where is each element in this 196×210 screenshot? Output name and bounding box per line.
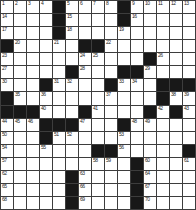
cell-r6c11 [131,66,143,78]
cell-r13c11 [131,158,143,170]
cell-r1c1[interactable]: 1 [1,1,13,13]
cell-r11c3[interactable] [27,132,39,144]
cell-r14c8[interactable] [92,171,104,183]
cell-r14c6 [66,171,78,183]
cell-r5c2[interactable] [14,53,26,65]
cell-r9c11[interactable] [131,106,143,118]
cell-r6c3[interactable] [27,66,39,78]
cell-r8c7[interactable] [79,92,91,104]
clue-number-42: 42 [158,106,163,111]
cell-r12c13[interactable] [157,145,169,157]
cell-r5c7[interactable]: 24 [79,53,91,65]
cell-r2c3[interactable] [27,14,39,26]
cell-r1c13[interactable]: 11 [157,1,169,13]
cell-r16c12[interactable]: 70 [144,197,156,209]
cell-r11c5[interactable]: 51 [53,132,65,144]
cell-r9c13[interactable]: 42 [157,106,169,118]
cell-r7c11[interactable]: 34 [131,79,143,91]
cell-r8c10[interactable] [118,92,130,104]
cell-r2c8[interactable] [92,14,104,26]
cell-r10c3[interactable]: 46 [27,119,39,131]
cell-r6c6 [66,66,78,78]
cell-r15c10[interactable] [118,184,130,196]
cell-r3c5 [53,27,65,39]
cell-r14c2[interactable] [14,171,26,183]
cell-r16c4[interactable] [40,197,52,209]
cell-r16c13[interactable] [157,197,169,209]
cell-r8c15[interactable]: 39 [183,92,195,104]
clue-number-26: 26 [158,53,163,58]
cell-r7c2[interactable] [14,79,26,91]
cell-r11c4 [40,132,52,144]
cell-r14c1[interactable]: 62 [1,171,13,183]
clue-number-69: 69 [80,197,85,202]
cell-r4c8 [92,40,104,52]
cell-r2c15[interactable] [183,14,195,26]
cell-r8c2[interactable]: 35 [14,92,26,104]
cell-r4c3[interactable] [27,40,39,52]
cell-r3c2[interactable] [14,27,26,39]
cell-r5c1[interactable]: 23 [1,53,13,65]
cell-r13c8[interactable]: 58 [92,158,104,170]
clue-number-25: 25 [93,53,98,58]
cell-r9c1 [1,106,13,118]
clue-number-28: 28 [80,66,85,71]
clue-number-31: 31 [54,79,59,84]
clue-number-45: 45 [15,119,20,124]
cell-r15c2[interactable] [14,184,26,196]
cell-r13c4[interactable] [40,158,52,170]
clue-number-12: 12 [171,1,176,6]
cell-r4c10[interactable] [118,40,130,52]
clue-number-64: 64 [145,171,150,176]
clue-number-46: 46 [28,119,33,124]
cell-r1c14[interactable]: 12 [170,1,182,13]
clue-number-66: 66 [80,184,85,189]
cell-r3c9[interactable] [105,27,117,39]
cell-r7c15 [183,79,195,91]
clue-number-60: 60 [145,158,150,163]
cell-r4c14[interactable] [170,40,182,52]
cell-r15c12[interactable]: 67 [144,184,156,196]
cell-r5c5[interactable] [53,53,65,65]
cell-r15c6 [66,184,78,196]
cell-r10c5 [53,119,65,131]
cell-r3c12[interactable] [144,27,156,39]
clue-number-20: 20 [15,40,20,45]
cell-r3c4[interactable] [40,27,52,39]
clue-number-48: 48 [132,119,137,124]
cell-r2c10 [118,14,130,26]
clue-number-9: 9 [132,1,134,6]
clue-number-36: 36 [41,92,46,97]
cell-r2c14[interactable] [170,14,182,26]
cell-r6c8[interactable] [92,66,104,78]
cell-r3c1[interactable]: 17 [1,27,13,39]
cell-r6c14[interactable] [170,66,182,78]
cell-r2c6[interactable]: 15 [66,14,78,26]
cell-r16c11 [131,197,143,209]
cell-r15c14[interactable] [170,184,182,196]
cell-r12c4[interactable]: 55 [40,145,52,157]
cell-r11c11[interactable] [131,132,143,144]
cell-r9c6[interactable] [66,106,78,118]
cell-r10c12[interactable]: 49 [144,119,156,131]
cell-r4c5[interactable]: 21 [53,40,65,52]
cell-r5c13[interactable]: 26 [157,53,169,65]
cell-r12c2[interactable] [14,145,26,157]
cell-r4c13[interactable] [157,40,169,52]
clue-number-29: 29 [145,66,150,71]
cell-r4c12[interactable] [144,40,156,52]
cell-r4c7 [79,40,91,52]
cell-r10c6 [66,119,78,131]
cell-r8c13 [157,92,169,104]
clue-number-53: 53 [119,132,124,137]
cell-r1c9[interactable]: 8 [105,1,117,13]
cell-r11c7[interactable] [79,132,91,144]
cell-r13c7[interactable] [79,158,91,170]
cell-r13c15[interactable]: 61 [183,158,195,170]
cell-r1c7[interactable]: 6 [79,1,91,13]
cell-r7c7[interactable] [79,79,91,91]
cell-r2c12[interactable] [144,14,156,26]
cell-r7c12[interactable] [144,79,156,91]
cell-r15c8[interactable] [92,184,104,196]
cell-r2c9[interactable] [105,14,117,26]
cell-r10c7[interactable]: 47 [79,119,91,131]
cell-r15c13[interactable] [157,184,169,196]
cell-r10c13[interactable] [157,119,169,131]
clue-number-35: 35 [15,92,20,97]
cell-r8c4[interactable]: 36 [40,92,52,104]
cell-r13c13[interactable] [157,158,169,170]
cell-r8c6[interactable] [66,92,78,104]
cell-r12c1[interactable]: 54 [1,145,13,157]
cell-r3c8[interactable] [92,27,104,39]
cell-r16c10[interactable] [118,197,130,209]
clue-number-19: 19 [119,27,124,32]
cell-r11c6[interactable]: 52 [66,132,78,144]
cell-r11c1[interactable]: 50 [1,132,13,144]
clue-number-51: 51 [54,132,59,137]
cell-r14c7[interactable]: 63 [79,171,91,183]
cell-r14c15[interactable] [183,171,195,183]
clue-number-52: 52 [67,132,72,137]
cell-r14c5[interactable] [53,171,65,183]
clue-number-34: 34 [132,79,137,84]
cell-r1c6[interactable]: 5 [66,1,78,13]
cell-r11c8[interactable] [92,132,104,144]
cell-r14c14[interactable] [170,171,182,183]
cell-r10c9[interactable] [105,119,117,131]
cell-r4c9[interactable]: 22 [105,40,117,52]
cell-r5c4[interactable] [40,53,52,65]
cell-r9c3 [27,106,39,118]
cell-r12c10[interactable]: 56 [118,145,130,157]
clue-number-21: 21 [54,40,59,45]
cell-r8c1 [1,92,13,104]
cell-r7c10[interactable]: 33 [118,79,130,91]
cell-r15c3[interactable] [27,184,39,196]
cell-r2c1[interactable]: 14 [1,14,13,26]
clue-number-37: 37 [106,92,111,97]
cell-r15c15[interactable] [183,184,195,196]
clue-number-17: 17 [2,27,7,32]
cell-r11c15[interactable] [183,132,195,144]
cell-r2c13[interactable] [157,14,169,26]
cell-r7c1[interactable]: 30 [1,79,13,91]
cell-r16c1[interactable]: 68 [1,197,13,209]
cell-r13c2[interactable] [14,158,26,170]
cell-r7c5[interactable]: 31 [53,79,65,91]
clue-number-49: 49 [145,119,150,124]
cell-r14c13[interactable] [157,171,169,183]
cell-r5c12 [144,53,156,65]
cell-r5c10[interactable] [118,53,130,65]
cell-r3c13[interactable] [157,27,169,39]
clue-number-68: 68 [2,197,7,202]
cell-r10c11[interactable]: 48 [131,119,143,131]
cell-r12c12[interactable] [144,145,156,157]
cell-r16c14[interactable] [170,197,182,209]
cell-r1c11[interactable]: 9 [131,1,143,13]
cell-r15c5[interactable] [53,184,65,196]
clue-number-50: 50 [2,132,7,137]
cell-r7c3[interactable] [27,79,39,91]
cell-r8c3[interactable] [27,92,39,104]
cell-r14c12[interactable]: 64 [144,171,156,183]
clue-number-16: 16 [132,14,137,19]
clue-number-65: 65 [2,184,7,189]
cell-r10c1[interactable]: 44 [1,119,13,131]
cell-r6c12[interactable]: 29 [144,66,156,78]
cell-r2c4[interactable] [40,14,52,26]
cell-r3c6[interactable]: 18 [66,27,78,39]
cell-r11c13[interactable] [157,132,169,144]
cell-r8c5[interactable] [53,92,65,104]
cell-r4c1 [1,40,13,52]
clue-number-6: 6 [80,1,82,6]
cell-r16c7[interactable]: 69 [79,197,91,209]
cell-r12c7[interactable] [79,145,91,157]
cell-r3c3[interactable] [27,27,39,39]
cell-r13c12[interactable]: 60 [144,158,156,170]
cell-r12c8 [92,145,104,157]
cell-r1c5 [53,1,65,13]
cell-r9c7 [79,106,91,118]
cell-r16c9[interactable] [105,197,117,209]
cell-r11c10[interactable]: 53 [118,132,130,144]
cell-r5c15[interactable] [183,53,195,65]
cell-r11c14[interactable] [170,132,182,144]
cell-r3c7[interactable] [79,27,91,39]
cell-r1c12[interactable]: 10 [144,1,156,13]
cell-r8c14[interactable]: 38 [170,92,182,104]
cell-r6c4[interactable] [40,66,52,78]
cell-r13c3[interactable] [27,158,39,170]
cell-r6c15[interactable] [183,66,195,78]
clue-number-4: 4 [41,1,43,6]
clue-number-39: 39 [184,92,189,97]
cell-r16c2[interactable] [14,197,26,209]
clue-number-11: 11 [158,1,162,6]
cell-r6c13[interactable] [157,66,169,78]
cell-r5c11[interactable] [131,53,143,65]
cell-r13c10[interactable] [118,158,130,170]
cell-r5c9[interactable] [105,53,117,65]
clue-number-61: 61 [184,158,189,163]
cell-r5c6[interactable] [66,53,78,65]
clue-number-70: 70 [145,197,150,202]
cell-r8c12[interactable] [144,92,156,104]
cell-r9c9[interactable] [105,106,117,118]
cell-r5c14[interactable] [170,53,182,65]
cell-r5c8[interactable]: 25 [92,53,104,65]
cell-r1c15[interactable]: 13 [183,1,195,13]
clue-number-15: 15 [67,14,72,19]
clue-number-7: 7 [93,1,95,6]
clue-number-63: 63 [80,171,85,176]
clue-number-13: 13 [184,1,189,6]
cell-r13c1[interactable]: 57 [1,158,13,170]
cell-r10c2[interactable]: 45 [14,119,26,131]
clue-number-33: 33 [119,79,124,84]
cell-r14c10[interactable] [118,171,130,183]
cell-r11c12[interactable] [144,132,156,144]
cell-r3c10[interactable]: 19 [118,27,130,39]
cell-r15c9[interactable] [105,184,117,196]
cell-r6c9[interactable] [105,66,117,78]
cell-r16c15[interactable] [183,197,195,209]
clue-number-1: 1 [2,1,4,6]
clue-number-18: 18 [67,27,72,32]
cell-r10c8[interactable] [92,119,104,131]
cell-r4c2[interactable]: 20 [14,40,26,52]
clue-number-2: 2 [15,1,17,6]
cell-r12c5[interactable] [53,145,65,157]
cell-r14c11 [131,171,143,183]
cell-r16c5[interactable] [53,197,65,209]
cell-r14c9[interactable] [105,171,117,183]
cell-r4c6[interactable] [66,40,78,52]
cell-r6c1[interactable]: 27 [1,66,13,78]
clue-number-27: 27 [2,66,7,71]
cell-r2c11[interactable]: 16 [131,14,143,26]
cell-r5c3[interactable] [27,53,39,65]
cell-r15c4[interactable] [40,184,52,196]
cell-r8c9[interactable]: 37 [105,92,117,104]
cell-r4c11[interactable] [131,40,143,52]
clue-number-67: 67 [145,184,150,189]
cell-r9c15[interactable]: 43 [183,106,195,118]
cell-r6c2[interactable] [14,66,26,78]
cell-r1c2[interactable]: 2 [14,1,26,13]
clue-number-54: 54 [2,145,7,150]
cell-r16c6 [66,197,78,209]
cell-r6c7[interactable]: 28 [79,66,91,78]
clue-number-14: 14 [2,14,7,19]
cell-r12c3[interactable] [27,145,39,157]
cell-r9c12 [144,106,156,118]
clue-number-55: 55 [41,145,46,150]
cell-r10c10 [118,119,130,131]
cell-r12c15 [183,145,195,157]
cell-r11c9[interactable] [105,132,117,144]
cell-r3c11[interactable] [131,27,143,39]
cell-r6c10 [118,66,130,78]
clue-number-32: 32 [67,79,72,84]
cell-r12c6[interactable] [66,145,78,157]
cell-r9c4[interactable]: 40 [40,106,52,118]
cell-r11c2[interactable] [14,132,26,144]
cell-r4c4[interactable] [40,40,52,52]
cell-r15c7[interactable]: 66 [79,184,91,196]
clue-number-41: 41 [93,106,98,111]
cell-r9c14 [170,106,182,118]
cell-r1c10 [118,1,130,13]
cell-r15c1[interactable]: 65 [1,184,13,196]
cell-r14c3[interactable] [27,171,39,183]
clue-number-24: 24 [80,53,85,58]
cell-r1c8[interactable]: 7 [92,1,104,13]
cell-r10c15[interactable] [183,119,195,131]
clue-number-47: 47 [80,119,85,124]
cell-r15c11 [131,184,143,196]
cell-r9c8[interactable]: 41 [92,106,104,118]
clue-number-43: 43 [184,106,189,111]
cell-r8c11[interactable] [131,92,143,104]
cell-r10c14[interactable] [170,119,182,131]
clue-number-5: 5 [67,1,69,6]
cell-r7c8[interactable] [92,79,104,91]
cell-r2c7[interactable] [79,14,91,26]
cell-r7c13 [157,79,169,91]
cell-r16c8[interactable] [92,197,104,209]
clue-number-62: 62 [2,171,7,176]
clue-number-40: 40 [41,106,46,111]
cell-r1c3[interactable]: 3 [27,1,39,13]
cell-r7c14 [170,79,182,91]
cell-r2c2[interactable] [14,14,26,26]
cell-r13c5[interactable] [53,158,65,170]
cell-r1c4[interactable]: 4 [40,1,52,13]
cell-r2c5 [53,14,65,26]
cell-r3c15[interactable] [183,27,195,39]
crossword-puzzle: 1234567891011121314151617181920212223242… [0,0,196,210]
cell-r3c14[interactable] [170,27,182,39]
cell-r13c14[interactable] [170,158,182,170]
cell-r7c6[interactable]: 32 [66,79,78,91]
cell-r9c10[interactable] [118,106,130,118]
cell-r12c11[interactable] [131,145,143,157]
clue-number-57: 57 [2,158,7,163]
clue-number-8: 8 [106,1,108,6]
clue-number-44: 44 [2,119,7,124]
cell-r4c15[interactable] [183,40,195,52]
cell-r8c8[interactable] [92,92,104,104]
cell-r16c3[interactable] [27,197,39,209]
cell-r9c5[interactable] [53,106,65,118]
cell-r12c14[interactable] [170,145,182,157]
cell-r14c4[interactable] [40,171,52,183]
clue-number-3: 3 [28,1,30,6]
cell-r9c2 [14,106,26,118]
cell-r6c5[interactable] [53,66,65,78]
cell-r13c9[interactable]: 59 [105,158,117,170]
clue-number-22: 22 [106,40,111,45]
cell-r13c6[interactable] [66,158,78,170]
